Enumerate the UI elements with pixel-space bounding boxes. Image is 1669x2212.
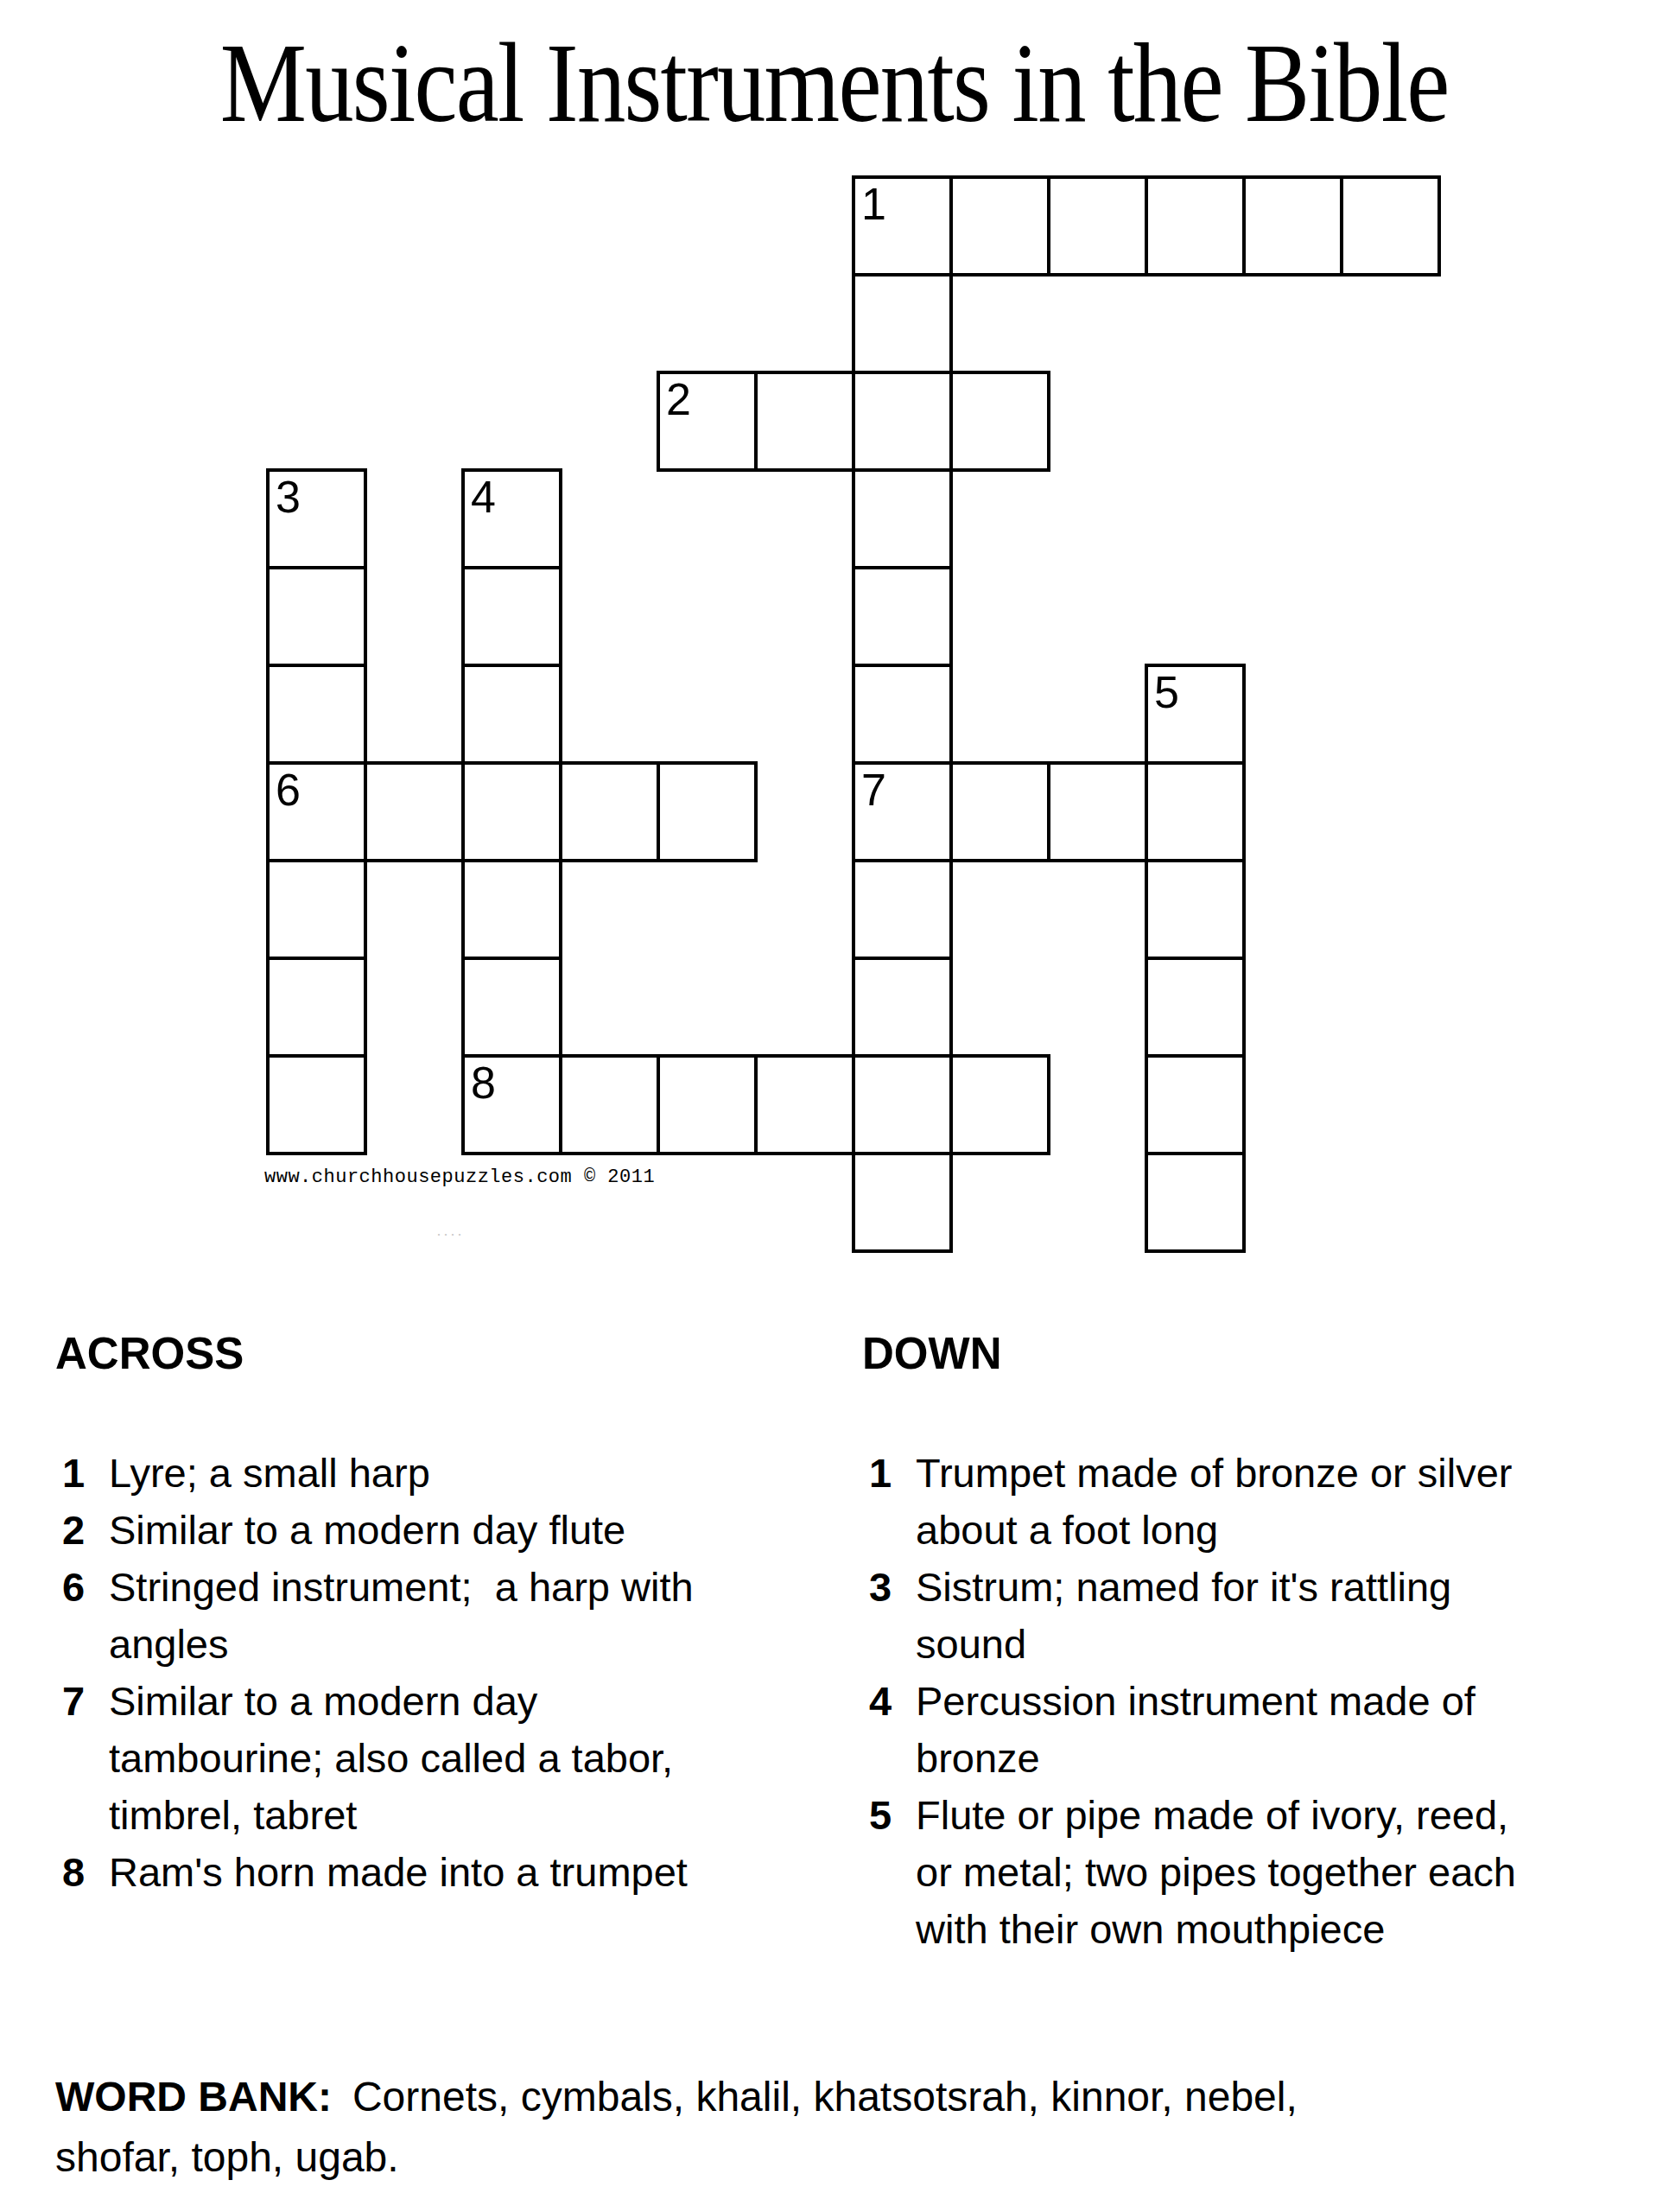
word-bank-line1: WORD BANK:Cornets, cymbals, khalil, khat…: [55, 2067, 1298, 2127]
clue-text: Ram's horn made into a trumpet: [109, 1844, 688, 1901]
grid-cell[interactable]: [852, 664, 953, 765]
clue-item-down-4: 4Percussion instrument made ofbronze: [862, 1673, 1516, 1787]
down-clue-list: 1Trumpet made of bronze or silverabout a…: [862, 1445, 1516, 1958]
page-title: Musical Instruments in the Bible: [0, 14, 1669, 152]
clue-number: 1: [55, 1445, 109, 1502]
grid-cell[interactable]: [852, 859, 953, 960]
clue-item-down-3: 3Sistrum; named for it's rattlingsound: [862, 1559, 1516, 1673]
grid-cell[interactable]: 8: [461, 1054, 562, 1155]
grid-cell-number: 2: [660, 374, 754, 423]
grid-cell[interactable]: [461, 566, 562, 667]
page-title-text: Musical Instruments in the Bible: [220, 14, 1449, 152]
grid-cell[interactable]: [266, 1054, 367, 1155]
grid-cell[interactable]: [657, 761, 758, 862]
copyright-text: www.churchhousepuzzles.com © 2011: [264, 1165, 655, 1191]
grid-cell[interactable]: [559, 761, 660, 862]
clue-number: 2: [55, 1502, 109, 1559]
word-bank-words-line1: Cornets, cymbals, khalil, khatsotsrah, k…: [352, 2074, 1298, 2120]
clue-text: Lyre; a small harp: [109, 1445, 430, 1502]
across-header: ACROSS: [55, 1329, 244, 1379]
clue-item-down-5: 5Flute or pipe made of ivory, reed,or me…: [862, 1787, 1516, 1958]
grid-cell[interactable]: [852, 371, 953, 472]
puzzle-page: { "title": "Musical Instruments in the B…: [0, 0, 1669, 2212]
grid-cell-number: 5: [1148, 667, 1242, 716]
clue-item-across-1: 1Lyre; a small harp: [55, 1445, 694, 1502]
clue-number: 7: [55, 1673, 109, 1844]
clue-item-across-7: 7Similar to a modern daytambourine; also…: [55, 1673, 694, 1844]
clue-number: 6: [55, 1559, 109, 1673]
clue-text: Similar to a modern day flute: [109, 1502, 625, 1559]
grid-cell-number: 7: [855, 765, 949, 814]
word-bank-line2: shofar, toph, ugab.: [55, 2127, 1298, 2188]
grid-cell[interactable]: 5: [1145, 664, 1246, 765]
clue-text: Sistrum; named for it's rattlingsound: [916, 1559, 1451, 1673]
clue-number: 3: [862, 1559, 916, 1673]
clue-text: Stringed instrument; a harp withangles: [109, 1559, 694, 1673]
grid-cell[interactable]: [461, 957, 562, 1058]
grid-cell[interactable]: 4: [461, 468, 562, 569]
grid-cell[interactable]: [949, 761, 1050, 862]
clue-item-down-1: 1Trumpet made of bronze or silverabout a…: [862, 1445, 1516, 1559]
grid-cell[interactable]: [949, 175, 1050, 276]
grid-cell[interactable]: [852, 957, 953, 1058]
clue-text: Percussion instrument made ofbronze: [916, 1673, 1475, 1787]
grid-cell[interactable]: [266, 859, 367, 960]
grid-cell[interactable]: [852, 1054, 953, 1155]
grid-cell[interactable]: [266, 957, 367, 1058]
grid-cell[interactable]: [1340, 175, 1441, 276]
grid-cell-number: 4: [465, 472, 559, 521]
grid-cell[interactable]: 2: [657, 371, 758, 472]
grid-cell[interactable]: 1: [852, 175, 953, 276]
grid-cell[interactable]: [949, 1054, 1050, 1155]
clue-number: 5: [862, 1787, 916, 1958]
grid-cell[interactable]: [461, 664, 562, 765]
grid-cell[interactable]: [754, 371, 855, 472]
clue-number: 1: [862, 1445, 916, 1559]
across-clue-list: 1Lyre; a small harp2Similar to a modern …: [55, 1445, 694, 1901]
word-bank-label: WORD BANK:: [55, 2074, 332, 2120]
word-bank-words-line2: shofar, toph, ugab.: [55, 2134, 399, 2180]
clue-item-across-2: 2Similar to a modern day flute: [55, 1502, 694, 1559]
grid-cell[interactable]: [266, 566, 367, 667]
grid-cell[interactable]: [754, 1054, 855, 1155]
grid-cell[interactable]: [1145, 859, 1246, 960]
crossword-grid: 12345678: [266, 175, 1444, 1256]
grid-cell[interactable]: [461, 761, 562, 862]
clue-text: Similar to a modern daytambourine; also …: [109, 1673, 673, 1844]
grid-cell[interactable]: [364, 761, 465, 862]
grid-cell[interactable]: [266, 664, 367, 765]
grid-cell[interactable]: [1145, 761, 1246, 862]
clue-text: Trumpet made of bronze or silverabout a …: [916, 1445, 1512, 1559]
grid-cell-number: 3: [270, 472, 364, 521]
grid-cell[interactable]: 6: [266, 761, 367, 862]
clue-item-across-8: 8Ram's horn made into a trumpet: [55, 1844, 694, 1901]
grid-cell[interactable]: [852, 273, 953, 374]
grid-cell[interactable]: [852, 1152, 953, 1253]
grid-cell-number: 6: [270, 765, 364, 814]
grid-cell[interactable]: [852, 566, 953, 667]
grid-cell[interactable]: [461, 859, 562, 960]
grid-cell[interactable]: [1047, 175, 1148, 276]
scan-artifact-dots: ····: [436, 1225, 464, 1243]
grid-cell-number: 1: [855, 179, 949, 228]
clue-number: 8: [55, 1844, 109, 1901]
clue-item-across-6: 6Stringed instrument; a harp withangles: [55, 1559, 694, 1673]
grid-cell[interactable]: [852, 468, 953, 569]
grid-cell[interactable]: [1145, 1152, 1246, 1253]
grid-cell-number: 8: [465, 1058, 559, 1107]
grid-cell[interactable]: [1047, 761, 1148, 862]
grid-cell[interactable]: [1242, 175, 1343, 276]
grid-cell[interactable]: [1145, 957, 1246, 1058]
grid-cell[interactable]: 3: [266, 468, 367, 569]
grid-cell[interactable]: [1145, 175, 1246, 276]
word-bank: WORD BANK:Cornets, cymbals, khalil, khat…: [55, 2067, 1298, 2188]
down-header: DOWN: [862, 1329, 1001, 1379]
grid-cell[interactable]: [949, 371, 1050, 472]
grid-cell[interactable]: 7: [852, 761, 953, 862]
clue-number: 4: [862, 1673, 916, 1787]
grid-cell[interactable]: [559, 1054, 660, 1155]
grid-cell[interactable]: [1145, 1054, 1246, 1155]
grid-cell[interactable]: [657, 1054, 758, 1155]
clue-text: Flute or pipe made of ivory, reed,or met…: [916, 1787, 1516, 1958]
